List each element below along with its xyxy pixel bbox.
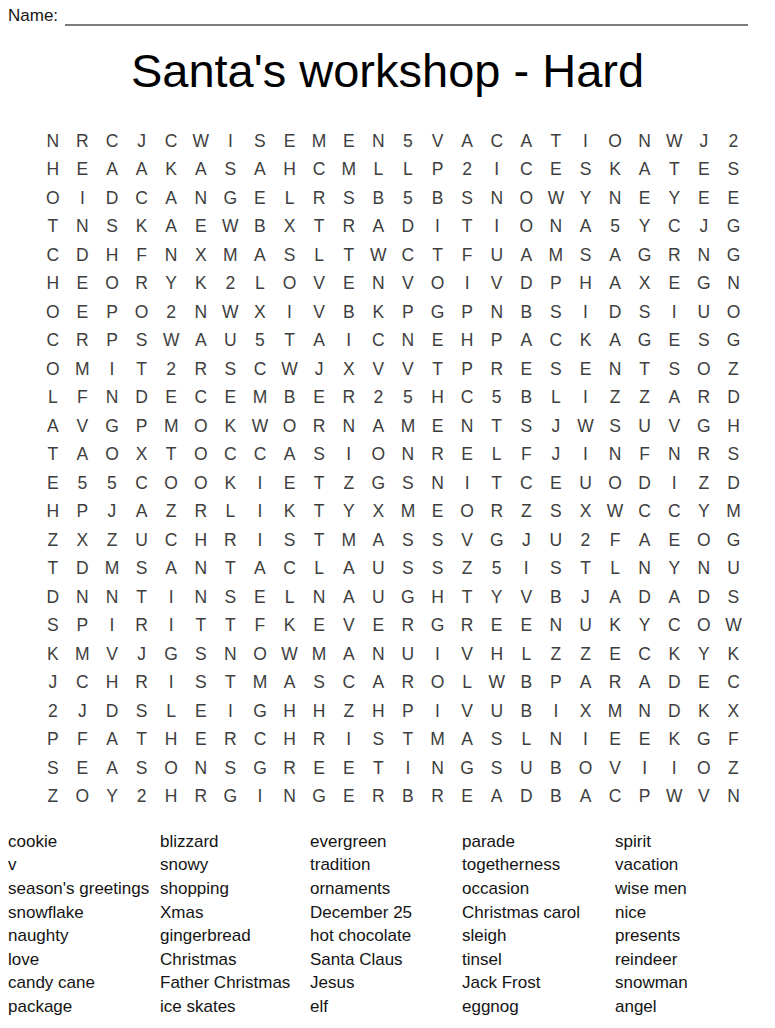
grid-cell[interactable]: U [482, 241, 512, 270]
grid-cell[interactable]: N [186, 555, 216, 584]
grid-cell[interactable]: I [245, 469, 275, 498]
grid-cell[interactable]: V [304, 270, 334, 299]
grid-cell[interactable]: U [216, 327, 246, 356]
grid-cell[interactable]: E [156, 384, 186, 413]
grid-cell[interactable]: A [364, 669, 394, 698]
grid-cell[interactable]: M [156, 412, 186, 441]
grid-cell[interactable]: K [600, 612, 630, 641]
grid-cell[interactable]: V [97, 640, 127, 669]
grid-cell[interactable]: 5 [245, 327, 275, 356]
grid-cell[interactable]: A [334, 555, 364, 584]
grid-cell[interactable]: I [275, 298, 305, 327]
grid-cell[interactable]: S [719, 583, 749, 612]
grid-cell[interactable]: X [68, 526, 98, 555]
grid-cell[interactable]: S [423, 555, 453, 584]
grid-cell[interactable]: P [393, 697, 423, 726]
grid-cell[interactable]: D [97, 697, 127, 726]
grid-cell[interactable]: F [719, 726, 749, 755]
grid-cell[interactable]: R [186, 498, 216, 527]
grid-cell[interactable]: H [482, 640, 512, 669]
grid-cell[interactable]: W [216, 213, 246, 242]
grid-cell[interactable]: X [364, 498, 394, 527]
grid-cell[interactable]: I [97, 355, 127, 384]
grid-cell[interactable]: N [482, 298, 512, 327]
grid-cell[interactable]: N [689, 241, 719, 270]
grid-cell[interactable]: R [452, 612, 482, 641]
grid-cell[interactable]: N [186, 583, 216, 612]
grid-cell[interactable]: I [156, 669, 186, 698]
grid-cell[interactable]: M [304, 640, 334, 669]
grid-cell[interactable]: Y [334, 498, 364, 527]
grid-cell[interactable]: W [659, 127, 689, 156]
grid-cell[interactable]: M [68, 640, 98, 669]
grid-cell[interactable]: N [334, 412, 364, 441]
grid-cell[interactable]: C [68, 669, 98, 698]
grid-cell[interactable]: U [571, 469, 601, 498]
grid-cell[interactable]: B [423, 184, 453, 213]
grid-cell[interactable]: T [127, 583, 157, 612]
grid-cell[interactable]: E [719, 184, 749, 213]
grid-cell[interactable]: A [334, 583, 364, 612]
grid-cell[interactable]: I [334, 327, 364, 356]
grid-cell[interactable]: A [156, 555, 186, 584]
grid-cell[interactable]: G [689, 726, 719, 755]
grid-cell[interactable]: Z [38, 526, 68, 555]
grid-cell[interactable]: V [452, 640, 482, 669]
grid-cell[interactable]: F [68, 384, 98, 413]
grid-cell[interactable]: G [216, 184, 246, 213]
grid-cell[interactable]: M [334, 156, 364, 185]
grid-cell[interactable]: N [275, 783, 305, 812]
grid-cell[interactable]: R [659, 241, 689, 270]
grid-cell[interactable]: W [245, 412, 275, 441]
grid-cell[interactable]: V [452, 526, 482, 555]
grid-cell[interactable]: W [571, 412, 601, 441]
grid-cell[interactable]: M [304, 127, 334, 156]
grid-cell[interactable]: O [38, 298, 68, 327]
grid-cell[interactable]: R [689, 441, 719, 470]
grid-cell[interactable]: E [364, 612, 394, 641]
grid-cell[interactable]: S [452, 184, 482, 213]
grid-cell[interactable]: C [512, 156, 542, 185]
grid-cell[interactable]: C [393, 241, 423, 270]
grid-cell[interactable]: Y [689, 498, 719, 527]
grid-cell[interactable]: J [97, 498, 127, 527]
grid-cell[interactable]: C [275, 555, 305, 584]
grid-cell[interactable]: K [600, 156, 630, 185]
grid-cell[interactable]: W [659, 783, 689, 812]
grid-cell[interactable]: X [571, 697, 601, 726]
grid-cell[interactable]: K [216, 412, 246, 441]
grid-cell[interactable]: W [186, 127, 216, 156]
grid-cell[interactable]: R [334, 384, 364, 413]
grid-cell[interactable]: V [452, 697, 482, 726]
grid-cell[interactable]: S [541, 498, 571, 527]
grid-cell[interactable]: L [541, 384, 571, 413]
grid-cell[interactable]: C [245, 726, 275, 755]
grid-cell[interactable]: S [630, 298, 660, 327]
grid-cell[interactable]: N [719, 783, 749, 812]
grid-cell[interactable]: E [512, 612, 542, 641]
grid-cell[interactable]: K [571, 327, 601, 356]
grid-cell[interactable]: V [364, 355, 394, 384]
grid-cell[interactable]: T [304, 213, 334, 242]
grid-cell[interactable]: N [541, 612, 571, 641]
grid-cell[interactable]: I [541, 697, 571, 726]
grid-cell[interactable]: R [127, 669, 157, 698]
grid-cell[interactable]: A [512, 241, 542, 270]
grid-cell[interactable]: W [275, 355, 305, 384]
grid-cell[interactable]: S [512, 412, 542, 441]
grid-cell[interactable]: E [689, 156, 719, 185]
grid-cell[interactable]: J [689, 213, 719, 242]
grid-cell[interactable]: A [452, 127, 482, 156]
grid-cell[interactable]: E [334, 783, 364, 812]
grid-cell[interactable]: V [304, 298, 334, 327]
grid-cell[interactable]: I [659, 754, 689, 783]
grid-cell[interactable]: E [186, 697, 216, 726]
grid-cell[interactable]: S [216, 355, 246, 384]
grid-cell[interactable]: E [304, 612, 334, 641]
grid-cell[interactable]: 5 [482, 555, 512, 584]
grid-cell[interactable]: Y [689, 640, 719, 669]
grid-cell[interactable]: S [186, 640, 216, 669]
grid-cell[interactable]: C [334, 669, 364, 698]
grid-cell[interactable]: L [38, 384, 68, 413]
grid-cell[interactable]: Y [659, 555, 689, 584]
grid-cell[interactable]: A [245, 555, 275, 584]
grid-cell[interactable]: I [452, 469, 482, 498]
grid-cell[interactable]: Z [719, 754, 749, 783]
grid-cell[interactable]: W [600, 498, 630, 527]
grid-cell[interactable]: U [482, 697, 512, 726]
grid-cell[interactable]: A [186, 327, 216, 356]
grid-cell[interactable]: Z [334, 697, 364, 726]
grid-cell[interactable]: N [304, 583, 334, 612]
grid-cell[interactable]: E [659, 270, 689, 299]
grid-cell[interactable]: E [68, 270, 98, 299]
grid-cell[interactable]: N [719, 270, 749, 299]
grid-cell[interactable]: L [245, 270, 275, 299]
grid-cell[interactable]: I [452, 270, 482, 299]
grid-cell[interactable]: X [245, 298, 275, 327]
grid-cell[interactable]: B [512, 384, 542, 413]
grid-cell[interactable]: Y [571, 184, 601, 213]
grid-cell[interactable]: Z [156, 498, 186, 527]
grid-cell[interactable]: I [571, 298, 601, 327]
grid-cell[interactable]: Z [719, 355, 749, 384]
grid-cell[interactable]: S [127, 697, 157, 726]
grid-cell[interactable]: E [600, 640, 630, 669]
grid-cell[interactable]: G [304, 783, 334, 812]
grid-cell[interactable]: S [393, 555, 423, 584]
grid-cell[interactable]: V [482, 270, 512, 299]
grid-cell[interactable]: W [541, 184, 571, 213]
grid-cell[interactable]: A [97, 156, 127, 185]
grid-cell[interactable]: T [482, 412, 512, 441]
grid-cell[interactable]: U [571, 612, 601, 641]
grid-cell[interactable]: D [719, 384, 749, 413]
grid-cell[interactable]: 2 [571, 526, 601, 555]
grid-cell[interactable]: A [127, 498, 157, 527]
grid-cell[interactable]: E [216, 384, 246, 413]
grid-cell[interactable]: T [38, 441, 68, 470]
grid-cell[interactable]: D [38, 583, 68, 612]
grid-cell[interactable]: J [127, 640, 157, 669]
grid-cell[interactable]: T [334, 241, 364, 270]
grid-cell[interactable]: Z [38, 783, 68, 812]
grid-cell[interactable]: E [38, 469, 68, 498]
grid-cell[interactable]: L [216, 498, 246, 527]
grid-cell[interactable]: I [571, 384, 601, 413]
grid-cell[interactable]: R [423, 441, 453, 470]
grid-cell[interactable]: A [334, 640, 364, 669]
grid-cell[interactable]: T [423, 355, 453, 384]
grid-cell[interactable]: I [630, 754, 660, 783]
grid-cell[interactable]: J [304, 355, 334, 384]
grid-cell[interactable]: N [630, 697, 660, 726]
grid-cell[interactable]: E [186, 213, 216, 242]
grid-cell[interactable]: A [512, 327, 542, 356]
grid-cell[interactable]: A [245, 156, 275, 185]
grid-cell[interactable]: U [364, 583, 394, 612]
grid-cell[interactable]: C [216, 441, 246, 470]
grid-cell[interactable]: I [423, 213, 453, 242]
grid-cell[interactable]: E [334, 127, 364, 156]
grid-cell[interactable]: Z [571, 640, 601, 669]
grid-cell[interactable]: M [541, 241, 571, 270]
grid-cell[interactable]: Y [630, 213, 660, 242]
grid-cell[interactable]: N [364, 640, 394, 669]
grid-cell[interactable]: G [97, 412, 127, 441]
grid-cell[interactable]: O [512, 184, 542, 213]
grid-cell[interactable]: X [630, 270, 660, 299]
grid-cell[interactable]: U [512, 754, 542, 783]
grid-cell[interactable]: O [275, 412, 305, 441]
grid-cell[interactable]: 5 [97, 469, 127, 498]
grid-cell[interactable]: S [38, 754, 68, 783]
grid-cell[interactable]: G [719, 327, 749, 356]
grid-cell[interactable]: E [630, 726, 660, 755]
grid-cell[interactable]: 5 [393, 384, 423, 413]
grid-cell[interactable]: T [659, 156, 689, 185]
grid-cell[interactable]: I [334, 441, 364, 470]
grid-cell[interactable]: E [452, 783, 482, 812]
grid-cell[interactable]: I [571, 127, 601, 156]
grid-cell[interactable]: S [334, 184, 364, 213]
grid-cell[interactable]: E [245, 184, 275, 213]
grid-cell[interactable]: G [689, 270, 719, 299]
grid-cell[interactable]: S [186, 669, 216, 698]
grid-cell[interactable]: G [719, 526, 749, 555]
grid-cell[interactable]: 5 [393, 127, 423, 156]
grid-cell[interactable]: Y [630, 612, 660, 641]
grid-cell[interactable]: E [600, 726, 630, 755]
grid-cell[interactable]: M [68, 355, 98, 384]
grid-cell[interactable]: T [304, 469, 334, 498]
grid-cell[interactable]: X [186, 241, 216, 270]
grid-cell[interactable]: E [689, 184, 719, 213]
grid-cell[interactable]: T [630, 355, 660, 384]
grid-cell[interactable]: J [512, 526, 542, 555]
grid-cell[interactable]: U [630, 412, 660, 441]
grid-cell[interactable]: G [689, 412, 719, 441]
grid-cell[interactable]: X [334, 355, 364, 384]
grid-cell[interactable]: E [452, 441, 482, 470]
grid-cell[interactable]: C [452, 384, 482, 413]
grid-cell[interactable]: N [364, 270, 394, 299]
grid-cell[interactable]: C [659, 498, 689, 527]
grid-cell[interactable]: W [156, 327, 186, 356]
grid-cell[interactable]: O [186, 412, 216, 441]
grid-cell[interactable]: K [689, 697, 719, 726]
grid-cell[interactable]: 2 [452, 156, 482, 185]
grid-cell[interactable]: R [68, 127, 98, 156]
grid-cell[interactable]: E [68, 298, 98, 327]
grid-cell[interactable]: K [364, 298, 394, 327]
grid-cell[interactable]: R [304, 184, 334, 213]
grid-cell[interactable]: R [364, 783, 394, 812]
grid-cell[interactable]: K [127, 213, 157, 242]
grid-cell[interactable]: N [68, 583, 98, 612]
grid-cell[interactable]: O [600, 469, 630, 498]
grid-cell[interactable]: G [245, 697, 275, 726]
grid-cell[interactable]: P [393, 298, 423, 327]
grid-cell[interactable]: G [482, 526, 512, 555]
grid-cell[interactable]: R [127, 612, 157, 641]
grid-cell[interactable]: D [97, 184, 127, 213]
grid-cell[interactable]: T [216, 669, 246, 698]
grid-cell[interactable]: T [127, 355, 157, 384]
grid-cell[interactable]: O [38, 184, 68, 213]
grid-cell[interactable]: G [630, 241, 660, 270]
grid-cell[interactable]: T [452, 583, 482, 612]
grid-cell[interactable]: M [245, 669, 275, 698]
grid-cell[interactable]: S [216, 583, 246, 612]
grid-cell[interactable]: D [719, 469, 749, 498]
grid-cell[interactable]: Y [659, 184, 689, 213]
grid-cell[interactable]: C [127, 469, 157, 498]
grid-cell[interactable]: D [659, 669, 689, 698]
grid-cell[interactable]: T [393, 726, 423, 755]
grid-cell[interactable]: S [97, 213, 127, 242]
grid-cell[interactable]: N [452, 412, 482, 441]
grid-cell[interactable]: T [275, 327, 305, 356]
grid-cell[interactable]: N [97, 583, 127, 612]
grid-cell[interactable]: P [541, 270, 571, 299]
grid-cell[interactable]: L [364, 156, 394, 185]
grid-cell[interactable]: B [541, 754, 571, 783]
grid-cell[interactable]: U [541, 526, 571, 555]
grid-cell[interactable]: S [38, 612, 68, 641]
grid-cell[interactable]: D [68, 241, 98, 270]
grid-cell[interactable]: I [216, 697, 246, 726]
grid-cell[interactable]: O [127, 298, 157, 327]
grid-cell[interactable]: S [304, 669, 334, 698]
grid-cell[interactable]: T [127, 726, 157, 755]
grid-cell[interactable]: E [571, 355, 601, 384]
grid-cell[interactable]: O [719, 298, 749, 327]
grid-cell[interactable]: M [719, 498, 749, 527]
grid-cell[interactable]: H [304, 697, 334, 726]
grid-cell[interactable]: T [423, 241, 453, 270]
grid-cell[interactable]: R [393, 612, 423, 641]
grid-cell[interactable]: R [689, 384, 719, 413]
grid-cell[interactable]: O [423, 270, 453, 299]
grid-cell[interactable]: C [630, 640, 660, 669]
grid-cell[interactable]: W [482, 669, 512, 698]
grid-cell[interactable]: A [245, 241, 275, 270]
grid-cell[interactable]: O [512, 213, 542, 242]
grid-cell[interactable]: S [275, 241, 305, 270]
grid-cell[interactable]: O [68, 783, 98, 812]
grid-cell[interactable]: H [452, 327, 482, 356]
grid-cell[interactable]: 5 [482, 384, 512, 413]
grid-cell[interactable]: C [659, 213, 689, 242]
grid-cell[interactable]: H [156, 783, 186, 812]
grid-cell[interactable]: D [600, 298, 630, 327]
grid-cell[interactable]: N [156, 241, 186, 270]
grid-cell[interactable]: E [275, 469, 305, 498]
grid-cell[interactable]: T [186, 612, 216, 641]
grid-cell[interactable]: N [186, 754, 216, 783]
grid-cell[interactable]: R [186, 355, 216, 384]
grid-cell[interactable]: O [186, 441, 216, 470]
grid-cell[interactable]: N [97, 384, 127, 413]
grid-cell[interactable]: E [482, 612, 512, 641]
grid-cell[interactable]: S [719, 441, 749, 470]
grid-cell[interactable]: O [186, 469, 216, 498]
grid-cell[interactable]: S [216, 156, 246, 185]
grid-cell[interactable]: C [38, 241, 68, 270]
grid-cell[interactable]: G [364, 469, 394, 498]
grid-cell[interactable]: P [630, 783, 660, 812]
grid-cell[interactable]: I [659, 469, 689, 498]
grid-cell[interactable]: N [600, 441, 630, 470]
grid-cell[interactable]: U [719, 555, 749, 584]
grid-cell[interactable]: N [364, 127, 394, 156]
grid-cell[interactable]: N [423, 754, 453, 783]
grid-cell[interactable]: U [689, 298, 719, 327]
grid-cell[interactable]: L [275, 184, 305, 213]
grid-cell[interactable]: S [216, 754, 246, 783]
grid-cell[interactable]: K [156, 156, 186, 185]
grid-cell[interactable]: O [423, 669, 453, 698]
grid-cell[interactable]: I [97, 612, 127, 641]
grid-cell[interactable]: L [393, 156, 423, 185]
grid-cell[interactable]: V [689, 783, 719, 812]
grid-cell[interactable]: J [68, 697, 98, 726]
grid-cell[interactable]: K [186, 270, 216, 299]
grid-cell[interactable]: A [156, 213, 186, 242]
grid-cell[interactable]: B [245, 213, 275, 242]
grid-cell[interactable]: R [216, 526, 246, 555]
grid-cell[interactable]: T [482, 469, 512, 498]
grid-cell[interactable]: W [216, 298, 246, 327]
grid-cell[interactable]: E [275, 127, 305, 156]
grid-cell[interactable]: S [423, 526, 453, 555]
grid-cell[interactable]: A [659, 583, 689, 612]
grid-cell[interactable]: M [600, 697, 630, 726]
grid-cell[interactable]: N [393, 327, 423, 356]
grid-cell[interactable]: Z [512, 498, 542, 527]
grid-cell[interactable]: I [156, 612, 186, 641]
grid-cell[interactable]: T [156, 441, 186, 470]
grid-cell[interactable]: N [393, 441, 423, 470]
grid-cell[interactable]: E [304, 384, 334, 413]
grid-cell[interactable]: E [423, 498, 453, 527]
grid-cell[interactable]: V [659, 412, 689, 441]
